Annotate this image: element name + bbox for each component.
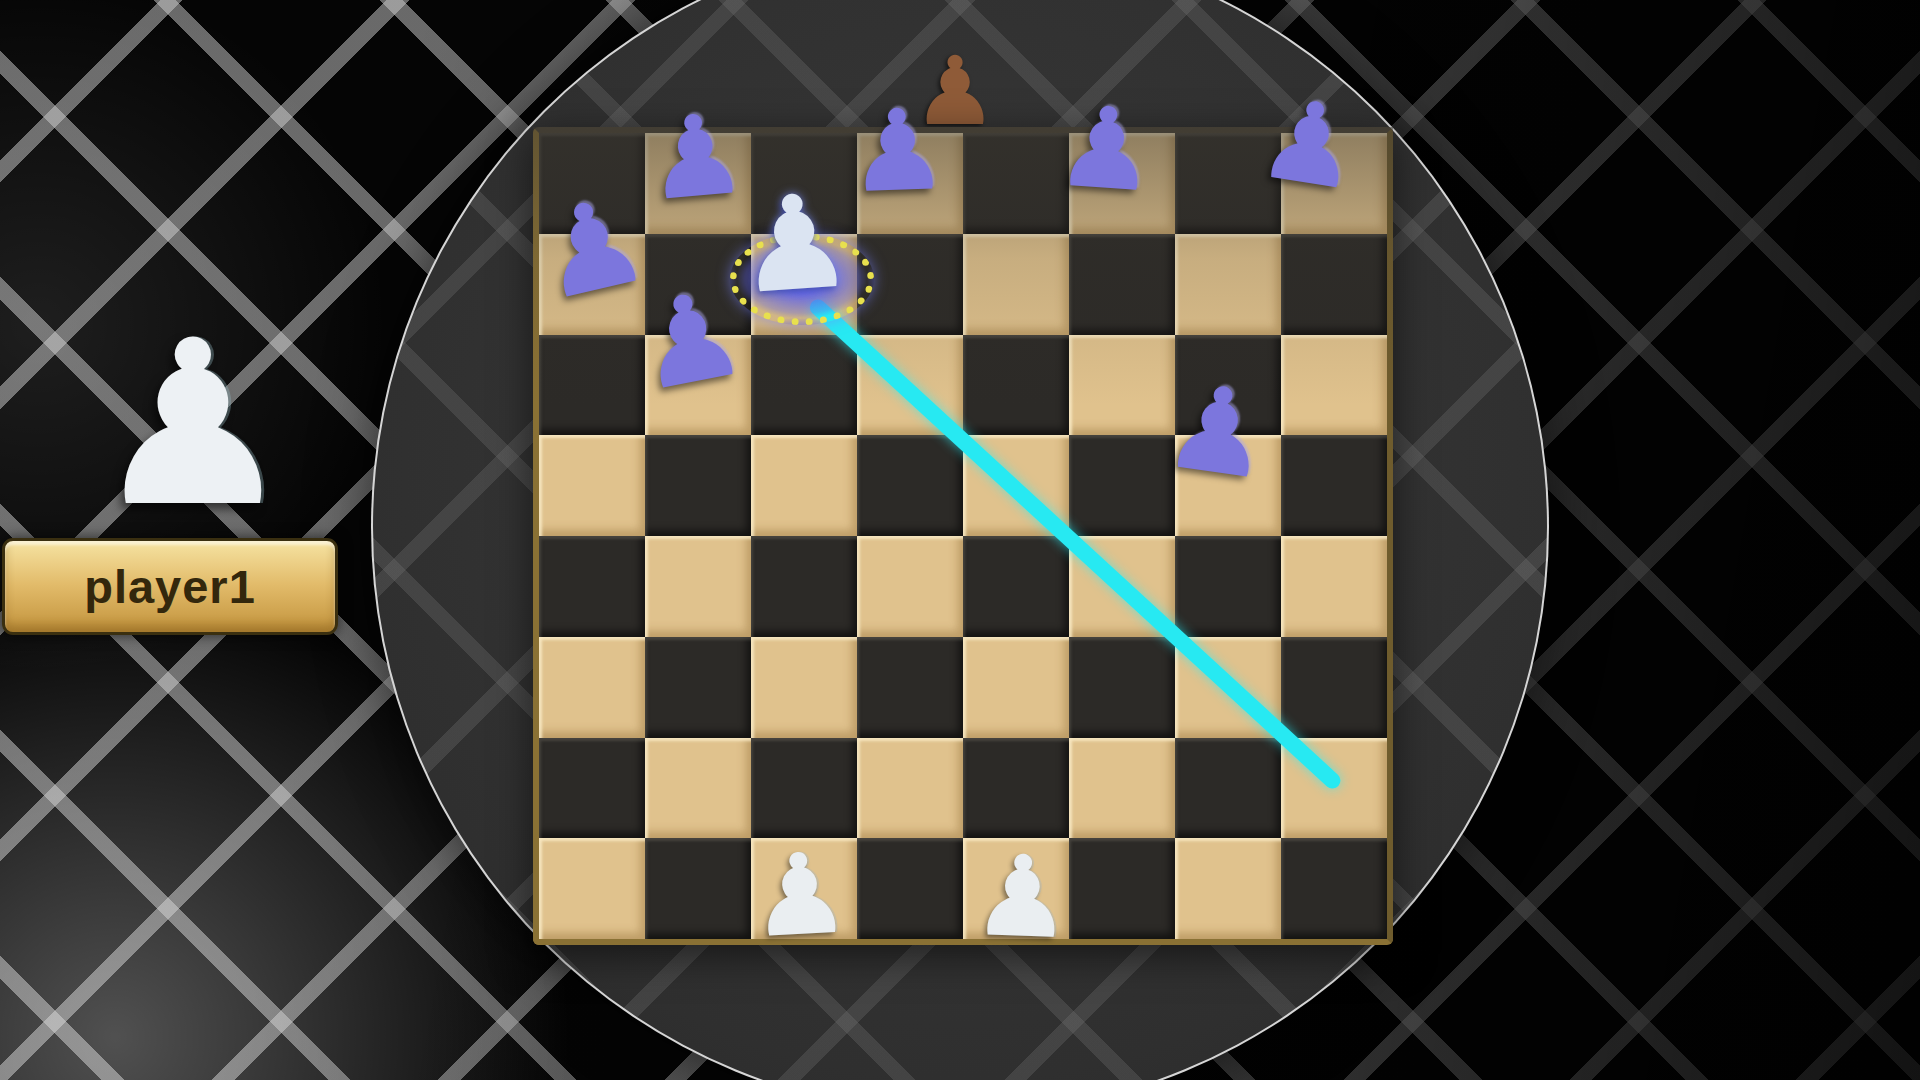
square-g7[interactable] xyxy=(1175,234,1281,335)
square-f7[interactable] xyxy=(1069,234,1175,335)
black-pawn-f8[interactable]: ♟ xyxy=(1052,89,1160,208)
square-c6[interactable] xyxy=(751,335,857,436)
square-b1[interactable] xyxy=(645,838,751,939)
square-d3[interactable] xyxy=(857,637,963,738)
square-h1[interactable] xyxy=(1281,838,1387,939)
square-g2[interactable] xyxy=(1175,738,1281,839)
square-a2[interactable] xyxy=(539,738,645,839)
black-pawn-h8[interactable]: ♟ xyxy=(1252,80,1369,206)
player-pawn-icon: ♟ xyxy=(74,300,312,548)
square-e7[interactable] xyxy=(963,234,1069,335)
black-pawn-d8[interactable]: ♟ xyxy=(846,93,950,208)
black-pawn-b6[interactable]: ♟ xyxy=(626,271,754,409)
square-b4[interactable] xyxy=(645,536,751,637)
square-b2[interactable] xyxy=(645,738,751,839)
square-e2[interactable] xyxy=(963,738,1069,839)
square-d5[interactable] xyxy=(857,435,963,536)
square-c3[interactable] xyxy=(751,637,857,738)
square-a6[interactable] xyxy=(539,335,645,436)
square-d2[interactable] xyxy=(857,738,963,839)
square-h3[interactable] xyxy=(1281,637,1387,738)
white-pawn-e1[interactable]: ♟ xyxy=(970,839,1074,954)
selected-white-pawn-c7[interactable]: ♟ xyxy=(732,175,857,313)
player-name-badge: player1 xyxy=(2,538,338,635)
square-g1[interactable] xyxy=(1175,838,1281,939)
square-h4[interactable] xyxy=(1281,536,1387,637)
square-h6[interactable] xyxy=(1281,335,1387,436)
square-g4[interactable] xyxy=(1175,536,1281,637)
square-a4[interactable] xyxy=(539,536,645,637)
square-e3[interactable] xyxy=(963,637,1069,738)
square-e6[interactable] xyxy=(963,335,1069,436)
square-c5[interactable] xyxy=(751,435,857,536)
square-f3[interactable] xyxy=(1069,637,1175,738)
square-f6[interactable] xyxy=(1069,335,1175,436)
square-h7[interactable] xyxy=(1281,234,1387,335)
white-pawn-c1[interactable]: ♟ xyxy=(747,836,853,953)
square-d1[interactable] xyxy=(857,838,963,939)
game-stage: ♟ ♟♟♟♟♟♟♟♟♟♟ ♟ player1 xyxy=(0,0,1920,1080)
square-b3[interactable] xyxy=(645,637,751,738)
chess-board xyxy=(533,127,1393,945)
square-d4[interactable] xyxy=(857,536,963,637)
square-h5[interactable] xyxy=(1281,435,1387,536)
square-f1[interactable] xyxy=(1069,838,1175,939)
square-b5[interactable] xyxy=(645,435,751,536)
square-e4[interactable] xyxy=(963,536,1069,637)
square-a1[interactable] xyxy=(539,838,645,939)
player-name-label: player1 xyxy=(84,559,256,614)
black-pawn-g5[interactable]: ♟ xyxy=(1157,365,1278,497)
square-a3[interactable] xyxy=(539,637,645,738)
square-c4[interactable] xyxy=(751,536,857,637)
square-f2[interactable] xyxy=(1069,738,1175,839)
square-a5[interactable] xyxy=(539,435,645,536)
square-c2[interactable] xyxy=(751,738,857,839)
